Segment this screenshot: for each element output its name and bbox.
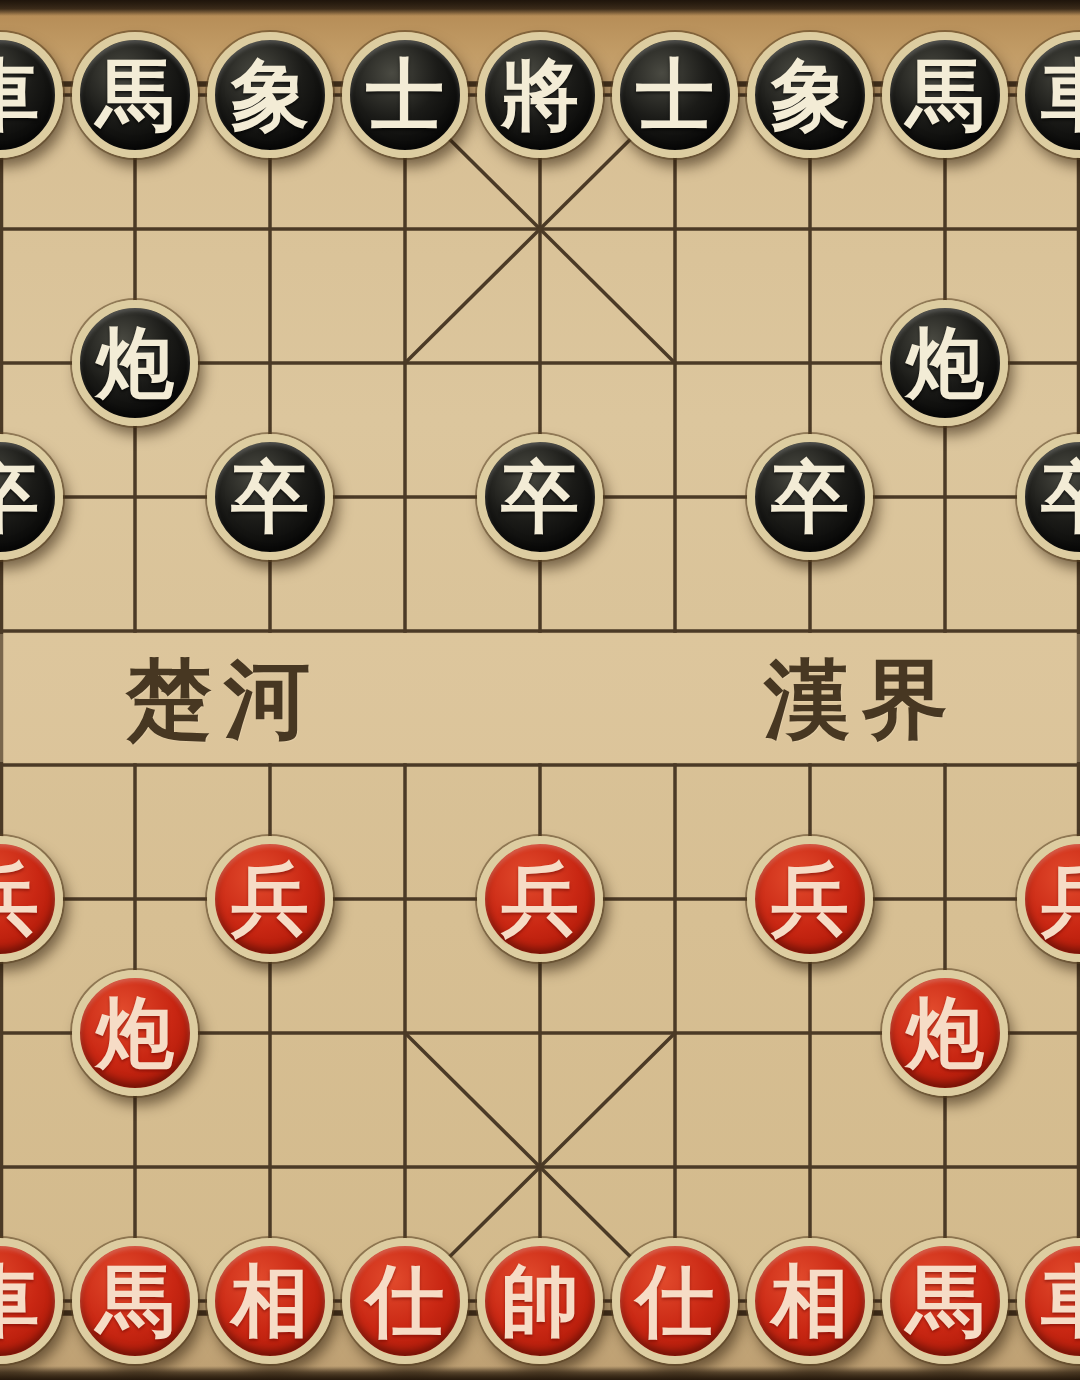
piece-glyph: 車 xyxy=(1041,56,1080,134)
piece-glyph: 卒 xyxy=(501,458,579,536)
piece-red-general-f5r10[interactable]: 帥 xyxy=(477,1238,603,1364)
piece-black-general-f5r1[interactable]: 將 xyxy=(477,32,603,158)
piece-glyph: 馬 xyxy=(96,56,174,134)
river-label-han-jie: 漢界 xyxy=(764,642,960,759)
piece-glyph: 帥 xyxy=(501,1262,579,1340)
piece-glyph: 車 xyxy=(1041,1262,1080,1340)
piece-red-soldier-f3r7[interactable]: 兵 xyxy=(207,836,333,962)
piece-red-cannon-f2r8[interactable]: 炮 xyxy=(72,970,198,1096)
river-label-chu-he: 楚河 xyxy=(126,642,322,759)
piece-black-advisor-f6r1[interactable]: 士 xyxy=(612,32,738,158)
piece-glyph: 士 xyxy=(366,56,444,134)
piece-glyph: 相 xyxy=(771,1262,849,1340)
piece-glyph: 炮 xyxy=(96,324,174,402)
piece-black-cannon-f8r3[interactable]: 炮 xyxy=(882,300,1008,426)
piece-glyph: 卒 xyxy=(771,458,849,536)
piece-black-horse-f8r1[interactable]: 馬 xyxy=(882,32,1008,158)
piece-glyph: 炮 xyxy=(906,994,984,1072)
piece-red-elephant-f7r10[interactable]: 相 xyxy=(747,1238,873,1364)
piece-black-soldier-f5r4[interactable]: 卒 xyxy=(477,434,603,560)
piece-red-horse-f8r10[interactable]: 馬 xyxy=(882,1238,1008,1364)
piece-glyph: 馬 xyxy=(906,1262,984,1340)
piece-glyph: 士 xyxy=(636,56,714,134)
piece-glyph: 馬 xyxy=(906,56,984,134)
piece-glyph: 炮 xyxy=(906,324,984,402)
piece-red-advisor-f4r10[interactable]: 仕 xyxy=(342,1238,468,1364)
piece-glyph: 兵 xyxy=(771,860,849,938)
piece-glyph: 兵 xyxy=(0,860,39,938)
piece-black-horse-f2r1[interactable]: 馬 xyxy=(72,32,198,158)
piece-glyph: 炮 xyxy=(96,994,174,1072)
piece-glyph: 卒 xyxy=(231,458,309,536)
piece-glyph: 象 xyxy=(231,56,309,134)
piece-glyph: 兵 xyxy=(231,860,309,938)
piece-black-cannon-f2r3[interactable]: 炮 xyxy=(72,300,198,426)
piece-glyph: 兵 xyxy=(1041,860,1080,938)
piece-glyph: 卒 xyxy=(1041,458,1080,536)
piece-glyph: 卒 xyxy=(0,458,39,536)
piece-red-soldier-f7r7[interactable]: 兵 xyxy=(747,836,873,962)
piece-red-advisor-f6r10[interactable]: 仕 xyxy=(612,1238,738,1364)
piece-red-cannon-f8r8[interactable]: 炮 xyxy=(882,970,1008,1096)
piece-glyph: 車 xyxy=(0,56,39,134)
piece-black-elephant-f7r1[interactable]: 象 xyxy=(747,32,873,158)
piece-glyph: 將 xyxy=(501,56,579,134)
piece-glyph: 馬 xyxy=(96,1262,174,1340)
piece-black-advisor-f4r1[interactable]: 士 xyxy=(342,32,468,158)
piece-glyph: 相 xyxy=(231,1262,309,1340)
xiangqi-board: 楚河 漢界 車馬象士將士象馬車炮炮卒卒卒卒卒兵兵兵兵兵炮炮車馬相仕帥仕相馬車 xyxy=(0,0,1080,1380)
piece-red-elephant-f3r10[interactable]: 相 xyxy=(207,1238,333,1364)
piece-red-horse-f2r10[interactable]: 馬 xyxy=(72,1238,198,1364)
piece-black-soldier-f3r4[interactable]: 卒 xyxy=(207,434,333,560)
piece-glyph: 仕 xyxy=(636,1262,714,1340)
piece-red-soldier-f5r7[interactable]: 兵 xyxy=(477,836,603,962)
piece-glyph: 車 xyxy=(0,1262,39,1340)
piece-black-soldier-f7r4[interactable]: 卒 xyxy=(747,434,873,560)
piece-glyph: 象 xyxy=(771,56,849,134)
piece-black-elephant-f3r1[interactable]: 象 xyxy=(207,32,333,158)
piece-glyph: 仕 xyxy=(366,1262,444,1340)
piece-glyph: 兵 xyxy=(501,860,579,938)
